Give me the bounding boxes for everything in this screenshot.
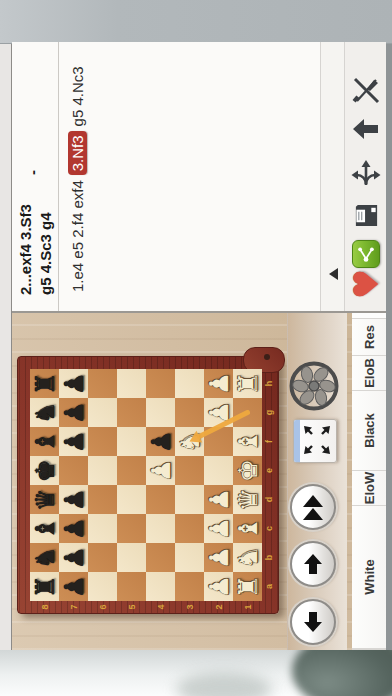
promote-variation-button[interactable]: [349, 112, 383, 146]
three-way-arrows-icon: [351, 159, 381, 189]
square-e8[interactable]: ♚: [30, 456, 59, 485]
board-controls-bar: [287, 313, 347, 650]
variation-choices-button[interactable]: [349, 157, 383, 191]
square-f2[interactable]: [204, 427, 233, 456]
fast-forward-button[interactable]: [290, 484, 336, 530]
moves-pane: 2...exf4 3.Sf3 g5 4.Sc3 g4 - 1.e4 e5 2.f…: [12, 42, 386, 313]
heart-icon: ♥: [349, 269, 383, 299]
square-b2[interactable]: ♟: [204, 543, 233, 572]
chess-app-landscape-surface: 87654321 abcdefgh ♜♞♝♛♚♝♞♜♟♟♟♟♟♟♟♟♟♞♟♟♟♟…: [0, 0, 392, 696]
piece-black-queen: ♛: [30, 485, 59, 514]
chess-board: 87654321 abcdefgh ♜♞♝♛♚♝♞♜♟♟♟♟♟♟♟♟♟♞♟♟♟♟…: [17, 356, 279, 614]
square-g2[interactable]: ♟: [204, 398, 233, 427]
piece-white-king: ♚: [233, 456, 262, 485]
piece-black-pawn: ♟: [59, 514, 88, 543]
board-frame-tab-screw: [264, 354, 270, 360]
square-g7[interactable]: ♟: [59, 398, 88, 427]
file-label-c: c: [262, 514, 278, 543]
file-label-g: g: [262, 398, 278, 427]
delete-variation-button[interactable]: [349, 74, 383, 108]
square-d1[interactable]: ♛: [233, 485, 262, 514]
square-e2[interactable]: [204, 456, 233, 485]
double-arrow-right-icon: [301, 493, 325, 521]
file-label-b: b: [262, 543, 278, 572]
step-forward-button[interactable]: [290, 541, 336, 587]
screenshot-root: 87654321 abcdefgh ♜♞♝♛♚♝♞♜♟♟♟♟♟♟♟♟♟♞♟♟♟♟…: [0, 0, 392, 696]
square-c8[interactable]: ♝: [30, 514, 59, 543]
column-header-black-label: Black: [362, 413, 377, 448]
square-g3[interactable]: [175, 398, 204, 427]
square-d4[interactable]: [146, 485, 175, 514]
square-b4[interactable]: [146, 543, 175, 572]
scroll-position-marker-icon[interactable]: [329, 268, 338, 280]
piece-white-pawn: ♟: [146, 456, 175, 485]
current-move-badge[interactable]: 3.Nf3: [68, 131, 87, 175]
square-d3[interactable]: [175, 485, 204, 514]
file-label-d: d: [262, 485, 278, 514]
square-e7[interactable]: [59, 456, 88, 485]
expand-board-button[interactable]: [293, 419, 337, 463]
piece-white-pawn: ♟: [204, 543, 233, 572]
piece-black-pawn: ♟: [59, 369, 88, 398]
square-h2[interactable]: ♟: [204, 369, 233, 398]
rank-label-7: 7: [59, 601, 88, 613]
rank-label-4: 4: [146, 601, 175, 613]
piece-white-bishop: ♝: [233, 427, 262, 456]
square-c7[interactable]: ♟: [59, 514, 88, 543]
bezel-shadow-blob: [176, 672, 272, 696]
square-b5[interactable]: [117, 543, 146, 572]
square-a6[interactable]: [88, 572, 117, 601]
column-header-white-label: White: [362, 559, 377, 594]
square-c2[interactable]: ♟: [204, 514, 233, 543]
device-bezel-band: [0, 650, 392, 696]
floppy-disk-icon: [353, 203, 380, 230]
piece-white-pawn: ♟: [204, 485, 233, 514]
arrow-right-icon: [300, 551, 326, 577]
file-label-f: f: [262, 427, 278, 456]
piece-white-pawn: ♟: [204, 572, 233, 601]
bottom-edge-strip: [386, 44, 392, 650]
arrow-up-icon: [352, 116, 380, 142]
rank-labels: 87654321: [30, 601, 262, 613]
square-h8[interactable]: ♜: [30, 369, 59, 398]
column-header-elob-label: EloB: [362, 358, 377, 388]
square-c4[interactable]: [146, 514, 175, 543]
column-header-elow-label: EloW: [362, 472, 377, 505]
column-header-elob[interactable]: EloB: [352, 356, 386, 390]
piece-black-pawn: ♟: [146, 427, 175, 456]
square-f3[interactable]: ♞: [175, 427, 204, 456]
square-f7[interactable]: ♟: [59, 427, 88, 456]
piece-black-pawn: ♟: [59, 572, 88, 601]
piece-black-king: ♚: [30, 456, 59, 485]
save-button[interactable]: [349, 199, 383, 233]
piece-black-pawn: ♟: [59, 543, 88, 572]
column-header-res[interactable]: Res: [352, 319, 386, 355]
square-h7[interactable]: ♟: [59, 369, 88, 398]
square-a7[interactable]: ♟: [59, 572, 88, 601]
square-a8[interactable]: ♜: [30, 572, 59, 601]
variation-header-line2: g5 4.Sc3 g4: [36, 42, 56, 295]
piece-white-knight: ♞: [175, 427, 204, 456]
square-g5[interactable]: [117, 398, 146, 427]
square-d5[interactable]: [117, 485, 146, 514]
rank-label-8: 8: [30, 601, 59, 613]
favorite-button[interactable]: ♥: [349, 267, 383, 301]
square-g1[interactable]: [233, 398, 262, 427]
expand-arrows-icon: [294, 418, 338, 462]
square-c5[interactable]: [117, 514, 146, 543]
engine-fan-button[interactable]: [288, 360, 340, 412]
file-label-a: a: [262, 572, 278, 601]
square-b3[interactable]: [175, 543, 204, 572]
square-a1[interactable]: ♜: [233, 572, 262, 601]
square-d7[interactable]: ♟: [59, 485, 88, 514]
square-e4[interactable]: ♟: [146, 456, 175, 485]
step-back-button[interactable]: [290, 599, 336, 645]
arrow-left-icon: [300, 609, 326, 635]
square-c6[interactable]: [88, 514, 117, 543]
crossed-out-icon: [352, 77, 381, 106]
square-h6[interactable]: [88, 369, 117, 398]
file-label-h: h: [262, 369, 278, 398]
piece-black-bishop: ♝: [30, 427, 59, 456]
column-header-elow[interactable]: EloW: [352, 471, 386, 505]
game-list-header: White EloW Black EloB Res: [352, 313, 386, 650]
square-a4[interactable]: [146, 572, 175, 601]
column-header-white[interactable]: White: [352, 506, 386, 648]
column-header-res-label: Res: [362, 325, 377, 349]
rank-label-1: 1: [233, 601, 262, 613]
moves-before-current[interactable]: 1.e4 e5 2.f4 exf4: [69, 180, 86, 292]
app-edge-strip: [0, 44, 12, 650]
square-h1[interactable]: ♜: [233, 369, 262, 398]
square-c3[interactable]: [175, 514, 204, 543]
square-h5[interactable]: [117, 369, 146, 398]
square-b7[interactable]: ♟: [59, 543, 88, 572]
piece-white-queen: ♛: [233, 485, 262, 514]
move-list-scrollbar[interactable]: [320, 42, 344, 311]
piece-white-pawn: ♟: [204, 369, 233, 398]
rank-label-2: 2: [204, 601, 233, 613]
analysis-toolbar: ♥: [345, 42, 386, 311]
piece-white-knight: ♞: [233, 543, 262, 572]
square-b6[interactable]: [88, 543, 117, 572]
square-g8[interactable]: ♞: [30, 398, 59, 427]
square-a3[interactable]: [175, 572, 204, 601]
rank-label-6: 6: [88, 601, 117, 613]
square-a5[interactable]: [117, 572, 146, 601]
piece-black-rook: ♜: [30, 572, 59, 601]
square-d6[interactable]: [88, 485, 117, 514]
status-bar: [0, 0, 392, 44]
piece-black-rook: ♜: [30, 369, 59, 398]
square-e3[interactable]: [175, 456, 204, 485]
piece-black-pawn: ♟: [59, 398, 88, 427]
square-h4[interactable]: [146, 369, 175, 398]
square-d2[interactable]: ♟: [204, 485, 233, 514]
square-g6[interactable]: [88, 398, 117, 427]
piece-black-bishop: ♝: [30, 514, 59, 543]
square-c1[interactable]: ♝: [233, 514, 262, 543]
move-list[interactable]: 1.e4 e5 2.f4 exf43.Nf3g5 4.Nc3: [59, 42, 320, 311]
piece-white-rook: ♜: [233, 369, 262, 398]
square-a2[interactable]: ♟: [204, 572, 233, 601]
moves-after-current[interactable]: g5 4.Nc3: [69, 66, 86, 126]
branch-icon: [352, 240, 380, 268]
camera-blob: [292, 650, 392, 696]
file-labels: abcdefgh: [262, 369, 278, 601]
variation-header: 2...exf4 3.Sf3 g5 4.Sc3 g4 -: [12, 42, 58, 311]
new-variation-button[interactable]: [349, 237, 383, 271]
column-header-filler: [352, 313, 386, 318]
board-pane: 87654321 abcdefgh ♜♞♝♛♚♝♞♜♟♟♟♟♟♟♟♟♟♞♟♟♟♟…: [12, 313, 386, 650]
square-b1[interactable]: ♞: [233, 543, 262, 572]
square-h3[interactable]: [175, 369, 204, 398]
piece-black-pawn: ♟: [59, 485, 88, 514]
column-header-black[interactable]: Black: [352, 391, 386, 470]
game-result: -: [24, 170, 41, 175]
square-e6[interactable]: [88, 456, 117, 485]
piece-white-bishop: ♝: [233, 514, 262, 543]
square-d8[interactable]: ♛: [30, 485, 59, 514]
board-grid[interactable]: ♜♞♝♛♚♝♞♜♟♟♟♟♟♟♟♟♟♞♟♟♟♟♟♟♜♞♝♛♚♝♜: [30, 369, 262, 601]
square-g4[interactable]: [146, 398, 175, 427]
piece-white-rook: ♜: [233, 572, 262, 601]
square-f5[interactable]: [117, 427, 146, 456]
square-f8[interactable]: ♝: [30, 427, 59, 456]
square-f1[interactable]: ♝: [233, 427, 262, 456]
rank-label-5: 5: [117, 601, 146, 613]
piece-black-pawn: ♟: [59, 427, 88, 456]
square-f6[interactable]: [88, 427, 117, 456]
piece-white-pawn: ♟: [204, 514, 233, 543]
file-label-e: e: [262, 456, 278, 485]
variation-header-line1: 2...exf4 3.Sf3: [16, 42, 36, 295]
piece-white-pawn: ♟: [204, 398, 233, 427]
square-f4[interactable]: ♟: [146, 427, 175, 456]
piece-black-knight: ♞: [30, 398, 59, 427]
square-b8[interactable]: ♞: [30, 543, 59, 572]
piece-black-knight: ♞: [30, 543, 59, 572]
square-e1[interactable]: ♚: [233, 456, 262, 485]
rank-label-3: 3: [175, 601, 204, 613]
fan-icon: [288, 360, 340, 412]
square-e5[interactable]: [117, 456, 146, 485]
